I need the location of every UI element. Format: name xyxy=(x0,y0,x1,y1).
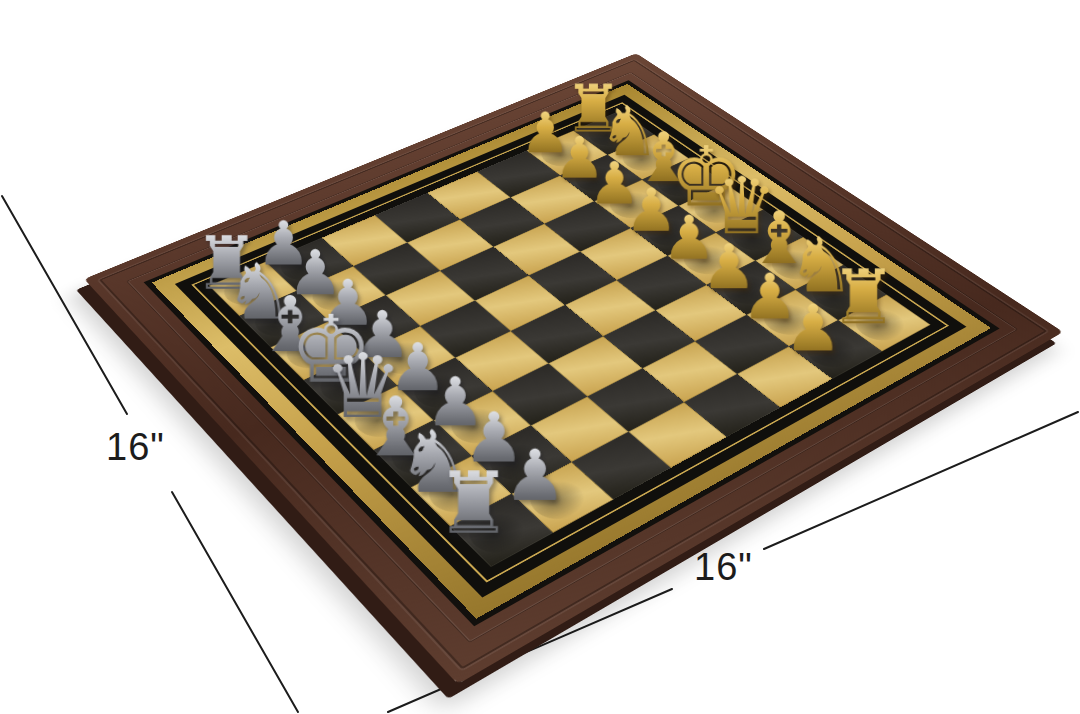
dimension-label-left: 16" xyxy=(106,426,165,469)
product-photo: 16" 16" ♜♞♝♚♛♝♞♜♟♟♟♟♟♟♟♟♟♟♟♟♟♟♟♟♜♞♝♚♛♝♞♜ xyxy=(0,0,1080,714)
chess-board: ♜♞♝♚♛♝♞♜♟♟♟♟♟♟♟♟♟♟♟♟♟♟♟♟♜♞♝♚♛♝♞♜ xyxy=(84,53,1063,684)
piece-gold-pawn: ♟ xyxy=(779,298,846,359)
chess-board-scene: ♜♞♝♚♛♝♞♜♟♟♟♟♟♟♟♟♟♟♟♟♟♟♟♟♜♞♝♚♛♝♞♜ xyxy=(215,0,915,655)
gold-border-band: ♜♞♝♚♛♝♞♜♟♟♟♟♟♟♟♟♟♟♟♟♟♟♟♟♜♞♝♚♛♝♞♜ xyxy=(152,84,991,619)
board-surface: ♜♞♝♚♛♝♞♜♟♟♟♟♟♟♟♟♟♟♟♟♟♟♟♟♜♞♝♚♛♝♞♜ xyxy=(144,80,1000,626)
piece-silver-rook: ♜ xyxy=(435,462,510,544)
black-margin: ♜♞♝♚♛♝♞♜♟♟♟♟♟♟♟♟♟♟♟♟♟♟♟♟♜♞♝♚♛♝♞♜ xyxy=(175,95,967,598)
